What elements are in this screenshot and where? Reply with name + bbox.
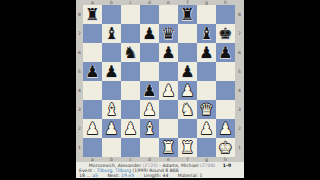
rank-label-6: 6 [76, 43, 83, 62]
white-pawn-h2: ♟ [216, 119, 235, 138]
rank-label-5: 5 [235, 62, 244, 81]
black-pawn-a5: ♟ [83, 62, 102, 81]
rank-label-7: 7 [76, 24, 83, 43]
square-a1[interactable] [83, 138, 102, 157]
square-h1[interactable]: ♚ [216, 138, 235, 157]
square-h2[interactable]: ♟ [216, 119, 235, 138]
rank-label-3: 3 [76, 100, 83, 119]
square-c2[interactable]: ♟ [121, 119, 140, 138]
square-g2[interactable]: ♟ [197, 119, 216, 138]
square-d1[interactable] [140, 138, 159, 157]
square-c7[interactable] [121, 24, 140, 43]
chess-board: ♜♜♝♟♛♝♚♞♟♟♟♟♟♟♟♟♟♝♟♞♛♟♟♟♝♟♟♜♜♚ [83, 5, 235, 157]
rank-label-4: 4 [235, 81, 244, 100]
square-a2[interactable]: ♟ [83, 119, 102, 138]
black-queen-e7: ♛ [159, 24, 178, 43]
black-pawn-d4: ♟ [140, 81, 159, 100]
white-bishop-d2: ♝ [140, 119, 159, 138]
rank-label-3: 3 [235, 100, 244, 119]
square-f3[interactable]: ♞ [178, 100, 197, 119]
black-pawn-b5: ♟ [102, 62, 121, 81]
square-e1[interactable]: ♜ [159, 138, 178, 157]
caption-area: Morozevich, Alexander (2723) - Adams, Mi… [76, 162, 244, 178]
black-pawn-f5: ♟ [178, 62, 197, 81]
square-d7[interactable]: ♟ [140, 24, 159, 43]
black-player-rating: (2708) [200, 163, 215, 168]
square-a4[interactable] [83, 81, 102, 100]
board-panel: abcdefgh 87654321 ♜♜♝♟♛♝♚♞♟♟♟♟♟♟♟♟♟♝♟♞♛♟… [76, 0, 244, 180]
black-pawn-g6: ♟ [197, 43, 216, 62]
square-g1[interactable] [197, 138, 216, 157]
white-pawn-f4: ♟ [178, 81, 197, 100]
square-b5[interactable]: ♟ [102, 62, 121, 81]
square-c5[interactable] [121, 62, 140, 81]
rank-label-2: 2 [235, 119, 244, 138]
rank-label-4: 4 [76, 81, 83, 100]
white-king-h1: ♚ [216, 138, 235, 157]
rank-label-5: 5 [76, 62, 83, 81]
square-g8[interactable] [197, 5, 216, 24]
square-e5[interactable] [159, 62, 178, 81]
letterbox-right [244, 0, 320, 180]
white-pawn-b2: ♟ [102, 119, 121, 138]
rank-label-7: 7 [235, 24, 244, 43]
black-bishop-b7: ♝ [102, 24, 121, 43]
square-f8[interactable]: ♜ [178, 5, 197, 24]
square-f2[interactable] [178, 119, 197, 138]
white-rook-f1: ♜ [178, 138, 197, 157]
square-h5[interactable] [216, 62, 235, 81]
white-pawn-e4: ♟ [159, 81, 178, 100]
square-f6[interactable] [178, 43, 197, 62]
square-c1[interactable] [121, 138, 140, 157]
square-c8[interactable] [121, 5, 140, 24]
square-g3[interactable]: ♛ [197, 100, 216, 119]
rank-labels-right: 87654321 [235, 5, 244, 157]
white-knight-f3: ♞ [178, 100, 197, 119]
square-g7[interactable]: ♝ [197, 24, 216, 43]
square-e4[interactable]: ♟ [159, 81, 178, 100]
square-f4[interactable]: ♟ [178, 81, 197, 100]
square-b4[interactable] [102, 81, 121, 100]
rank-labels-left: 87654321 [76, 5, 83, 157]
black-rook-a8: ♜ [83, 5, 102, 24]
square-d6[interactable] [140, 43, 159, 62]
square-f7[interactable] [178, 24, 197, 43]
game-result: 1-0 [223, 163, 231, 168]
square-d2[interactable]: ♝ [140, 119, 159, 138]
black-bishop-g7: ♝ [197, 24, 216, 43]
rank-label-2: 2 [76, 119, 83, 138]
square-c3[interactable] [121, 100, 140, 119]
square-d3[interactable]: ♟ [140, 100, 159, 119]
square-e2[interactable] [159, 119, 178, 138]
white-rook-e1: ♜ [159, 138, 178, 157]
square-h6[interactable]: ♟ [216, 43, 235, 62]
white-bishop-b3: ♝ [102, 100, 121, 119]
square-b7[interactable]: ♝ [102, 24, 121, 43]
square-g6[interactable]: ♟ [197, 43, 216, 62]
square-c4[interactable] [121, 81, 140, 100]
rank-label-6: 6 [235, 43, 244, 62]
square-h7[interactable]: ♚ [216, 24, 235, 43]
rank-label-8: 8 [235, 5, 244, 24]
letterbox-left [0, 0, 76, 180]
square-d5[interactable] [140, 62, 159, 81]
square-e3[interactable] [159, 100, 178, 119]
square-f5[interactable]: ♟ [178, 62, 197, 81]
square-g5[interactable] [197, 62, 216, 81]
square-b8[interactable] [102, 5, 121, 24]
white-queen-g3: ♛ [197, 100, 216, 119]
black-knight-c6: ♞ [121, 43, 140, 62]
square-b3[interactable]: ♝ [102, 100, 121, 119]
square-g4[interactable] [197, 81, 216, 100]
white-pawn-a2: ♟ [83, 119, 102, 138]
square-e6[interactable]: ♟ [159, 43, 178, 62]
square-a5[interactable]: ♟ [83, 62, 102, 81]
square-b1[interactable] [102, 138, 121, 157]
white-pawn-c2: ♟ [121, 119, 140, 138]
square-b2[interactable]: ♟ [102, 119, 121, 138]
square-a6[interactable] [83, 43, 102, 62]
square-e8[interactable] [159, 5, 178, 24]
black-rook-f8: ♜ [178, 5, 197, 24]
rank-label-8: 8 [76, 5, 83, 24]
black-pawn-e6: ♟ [159, 43, 178, 62]
black-pawn-h6: ♟ [216, 43, 235, 62]
square-b6[interactable] [102, 43, 121, 62]
square-h4[interactable] [216, 81, 235, 100]
square-f1[interactable]: ♜ [178, 138, 197, 157]
square-h8[interactable] [216, 5, 235, 24]
square-c6[interactable]: ♞ [121, 43, 140, 62]
rank-label-1: 1 [76, 138, 83, 157]
white-pawn-d3: ♟ [140, 100, 159, 119]
rank-label-1: 1 [235, 138, 244, 157]
square-a3[interactable] [83, 100, 102, 119]
square-a7[interactable] [83, 24, 102, 43]
black-pawn-d7: ♟ [140, 24, 159, 43]
square-d8[interactable] [140, 5, 159, 24]
bottom-bar [76, 178, 244, 180]
square-e7[interactable]: ♛ [159, 24, 178, 43]
square-a8[interactable]: ♜ [83, 5, 102, 24]
square-h3[interactable] [216, 100, 235, 119]
square-d4[interactable]: ♟ [140, 81, 159, 100]
white-pawn-g2: ♟ [197, 119, 216, 138]
black-king-h7: ♚ [216, 24, 235, 43]
